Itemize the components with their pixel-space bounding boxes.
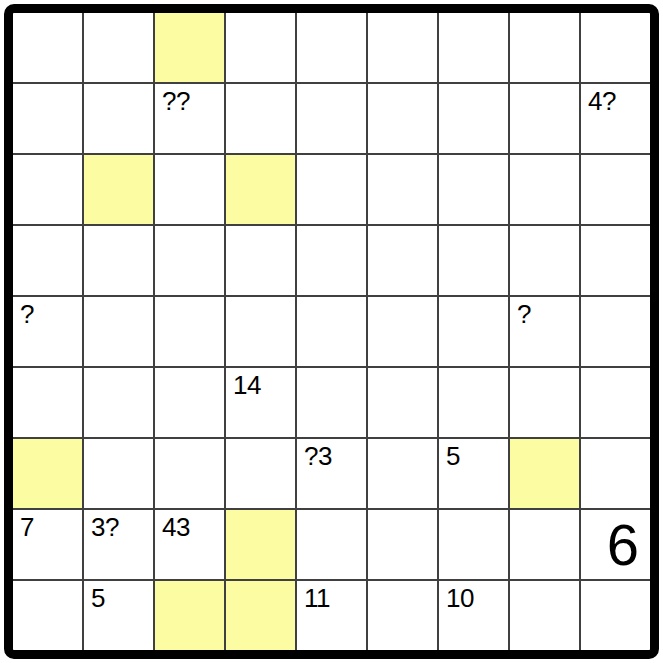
cell-r3c9[interactable]	[581, 155, 650, 224]
cell-r9c4[interactable]	[226, 581, 295, 650]
cell-r6c8[interactable]	[510, 368, 579, 437]
clue-text-r6c4: 14	[233, 371, 261, 401]
cell-r8c6[interactable]	[368, 510, 437, 579]
cell-r2c2[interactable]	[84, 84, 153, 153]
cell-r1c7[interactable]	[439, 13, 508, 82]
cell-r8c1[interactable]: 7	[13, 510, 82, 579]
puzzle-board: ??4???14?3573?43651110	[4, 4, 659, 659]
cell-r6c3[interactable]	[155, 368, 224, 437]
cell-r7c3[interactable]	[155, 439, 224, 508]
cell-r4c8[interactable]	[510, 226, 579, 295]
cell-r6c4[interactable]: 14	[226, 368, 295, 437]
cell-r2c5[interactable]	[297, 84, 366, 153]
cell-r2c4[interactable]	[226, 84, 295, 153]
cell-r6c5[interactable]	[297, 368, 366, 437]
cell-r6c6[interactable]	[368, 368, 437, 437]
cell-r8c4[interactable]	[226, 510, 295, 579]
cell-r3c4[interactable]	[226, 155, 295, 224]
cell-r2c8[interactable]	[510, 84, 579, 153]
cell-r5c7[interactable]	[439, 297, 508, 366]
cell-r2c3[interactable]: ??	[155, 84, 224, 153]
clue-text-r9c5: 11	[304, 584, 330, 614]
cell-r4c7[interactable]	[439, 226, 508, 295]
cell-r3c6[interactable]	[368, 155, 437, 224]
cell-r3c5[interactable]	[297, 155, 366, 224]
clue-text-r5c1: ?	[20, 300, 34, 330]
cell-r3c8[interactable]	[510, 155, 579, 224]
cell-r7c7[interactable]: 5	[439, 439, 508, 508]
cell-r1c3[interactable]	[155, 13, 224, 82]
cell-r1c8[interactable]	[510, 13, 579, 82]
cell-r3c7[interactable]	[439, 155, 508, 224]
cell-r2c9[interactable]: 4?	[581, 84, 650, 153]
cell-r4c1[interactable]	[13, 226, 82, 295]
cell-r5c3[interactable]	[155, 297, 224, 366]
cell-r5c5[interactable]	[297, 297, 366, 366]
cell-r5c4[interactable]	[226, 297, 295, 366]
clue-text-r5c8: ?	[517, 300, 531, 330]
cell-r9c7[interactable]: 10	[439, 581, 508, 650]
clue-text-r9c2: 5	[91, 584, 105, 614]
clue-text-r7c5: ?3	[304, 442, 332, 472]
cell-r3c1[interactable]	[13, 155, 82, 224]
cell-r6c2[interactable]	[84, 368, 153, 437]
cell-r4c2[interactable]	[84, 226, 153, 295]
cell-r4c5[interactable]	[297, 226, 366, 295]
cell-r4c6[interactable]	[368, 226, 437, 295]
cell-r5c9[interactable]	[581, 297, 650, 366]
cell-r1c2[interactable]	[84, 13, 153, 82]
cell-r1c6[interactable]	[368, 13, 437, 82]
cell-r5c1[interactable]: ?	[13, 297, 82, 366]
cell-r8c5[interactable]	[297, 510, 366, 579]
cell-r3c3[interactable]	[155, 155, 224, 224]
cell-r7c1[interactable]	[13, 439, 82, 508]
cell-r2c1[interactable]	[13, 84, 82, 153]
puzzle-grid: ??4???14?3573?43651110	[13, 13, 650, 650]
cell-r1c9[interactable]	[581, 13, 650, 82]
cell-r4c4[interactable]	[226, 226, 295, 295]
cell-r1c4[interactable]	[226, 13, 295, 82]
cell-r7c2[interactable]	[84, 439, 153, 508]
clue-text-r7c7: 5	[446, 442, 460, 472]
clue-text-r2c3: ??	[162, 87, 190, 117]
clue-text-r8c3: 43	[162, 513, 190, 543]
cell-r9c6[interactable]	[368, 581, 437, 650]
cell-r8c3[interactable]: 43	[155, 510, 224, 579]
cell-r8c7[interactable]	[439, 510, 508, 579]
cell-r7c4[interactable]	[226, 439, 295, 508]
cell-r8c8[interactable]	[510, 510, 579, 579]
cell-r9c2[interactable]: 5	[84, 581, 153, 650]
cell-r9c1[interactable]	[13, 581, 82, 650]
cell-r8c2[interactable]: 3?	[84, 510, 153, 579]
clue-text-r9c7: 10	[446, 584, 474, 614]
clue-text-r2c9: 4?	[588, 87, 616, 117]
cell-r1c5[interactable]	[297, 13, 366, 82]
clue-text-r8c1: 7	[20, 513, 34, 543]
clue-text-r8c2: 3?	[91, 513, 119, 543]
cell-r6c9[interactable]	[581, 368, 650, 437]
cell-r4c9[interactable]	[581, 226, 650, 295]
cell-r1c1[interactable]	[13, 13, 82, 82]
cell-r4c3[interactable]	[155, 226, 224, 295]
cell-r9c5[interactable]: 11	[297, 581, 366, 650]
cell-r9c8[interactable]	[510, 581, 579, 650]
cell-r7c8[interactable]	[510, 439, 579, 508]
cell-r6c7[interactable]	[439, 368, 508, 437]
cell-r5c6[interactable]	[368, 297, 437, 366]
cell-r7c9[interactable]	[581, 439, 650, 508]
cell-r6c1[interactable]	[13, 368, 82, 437]
cell-r9c9[interactable]	[581, 581, 650, 650]
cell-r8c9[interactable]: 6	[581, 510, 650, 579]
cell-r2c6[interactable]	[368, 84, 437, 153]
cell-r5c8[interactable]: ?	[510, 297, 579, 366]
big-digit: 6	[607, 516, 639, 574]
cell-r5c2[interactable]	[84, 297, 153, 366]
cell-r9c3[interactable]	[155, 581, 224, 650]
cell-r7c6[interactable]	[368, 439, 437, 508]
cell-r2c7[interactable]	[439, 84, 508, 153]
cell-r3c2[interactable]	[84, 155, 153, 224]
cell-r7c5[interactable]: ?3	[297, 439, 366, 508]
